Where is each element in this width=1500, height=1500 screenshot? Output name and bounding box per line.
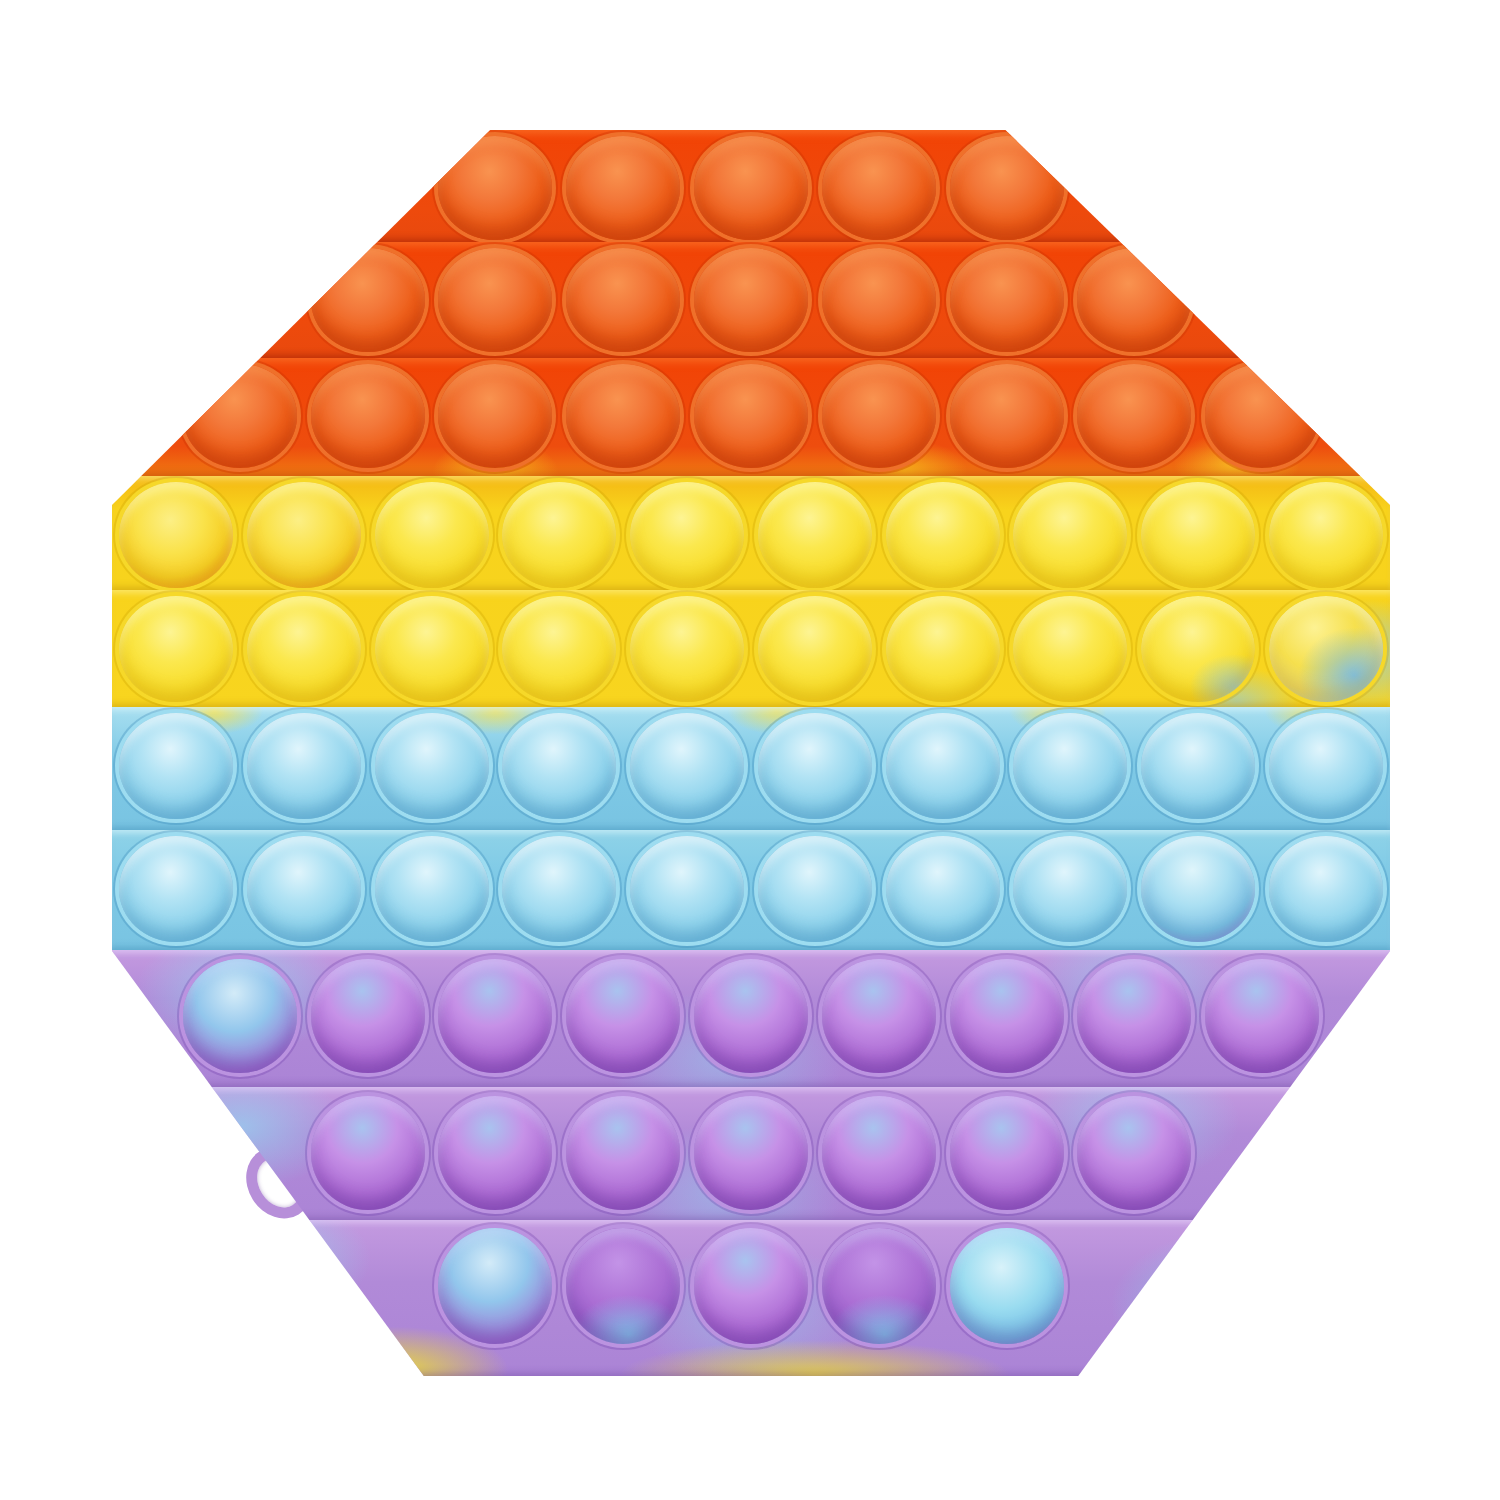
bubble-row-5 — [112, 590, 1390, 707]
bubble-r9-c5[interactable] — [822, 1096, 936, 1210]
bubble-r4-c9[interactable] — [1141, 482, 1255, 588]
bubble-cell — [1134, 707, 1262, 819]
bubble-cell — [240, 590, 368, 702]
bubble-cell — [559, 130, 687, 240]
bubble-r3-c8[interactable] — [1077, 364, 1191, 468]
bubble-cell — [943, 130, 1071, 240]
bubble-r3-c6[interactable] — [822, 364, 936, 468]
bubble-cell — [1070, 950, 1198, 1073]
bubble-cell — [751, 590, 879, 702]
bubble-r2-c4[interactable] — [694, 248, 808, 352]
bubble-cell — [1198, 358, 1326, 468]
bubble-r9-c6[interactable] — [950, 1096, 1064, 1210]
bubble-row-10 — [112, 1220, 1390, 1376]
bubble-r8-c1[interactable] — [183, 959, 297, 1073]
bubble-cell — [687, 130, 815, 240]
bubble-cell — [432, 242, 560, 352]
bubble-r5-c8[interactable] — [1013, 596, 1127, 702]
bubble-row-6 — [112, 707, 1390, 830]
bubble-cell — [879, 707, 1007, 819]
bubble-cell — [1007, 830, 1135, 942]
bubble-r6-c4[interactable] — [502, 713, 616, 819]
bubble-cell — [623, 476, 751, 588]
bubble-cell — [1262, 707, 1390, 819]
bubble-cell — [1007, 476, 1135, 588]
bubble-cell — [432, 1220, 560, 1344]
bubble-r8-c2[interactable] — [311, 959, 425, 1073]
bubble-r2-c2[interactable] — [438, 248, 552, 352]
bubble-cell — [112, 707, 240, 819]
bubble-r8-c4[interactable] — [566, 959, 680, 1073]
bubble-cell — [1198, 950, 1326, 1073]
toy-board — [112, 130, 1390, 1376]
bubble-cell — [751, 830, 879, 942]
bubble-cell — [1134, 830, 1262, 942]
bubble-r1-c1[interactable] — [438, 136, 552, 240]
bubble-r4-c5[interactable] — [630, 482, 744, 588]
bubble-r7-c8[interactable] — [1013, 836, 1127, 942]
bubble-r6-c5[interactable] — [630, 713, 744, 819]
bubble-cell — [879, 830, 1007, 942]
bubble-r4-c6[interactable] — [758, 482, 872, 588]
bubble-r9-c1[interactable] — [311, 1096, 425, 1210]
bubble-cell — [304, 358, 432, 468]
bubble-cell — [112, 830, 240, 942]
bubble-r5-c10[interactable] — [1269, 596, 1383, 702]
bubble-cell — [1262, 830, 1390, 942]
bubble-cell — [432, 950, 560, 1073]
bubble-cell — [687, 1220, 815, 1344]
bubble-r6-c3[interactable] — [375, 713, 489, 819]
bubble-cell — [112, 476, 240, 588]
bubble-cell — [559, 1087, 687, 1210]
bubble-cell — [1007, 707, 1135, 819]
bubble-cell — [432, 130, 560, 240]
bubble-cell — [559, 950, 687, 1073]
bubble-r9-c2[interactable] — [438, 1096, 552, 1210]
bubble-cell — [687, 242, 815, 352]
bubble-r8-c6[interactable] — [822, 959, 936, 1073]
bubble-r3-c4[interactable] — [566, 364, 680, 468]
bubble-r5-c6[interactable] — [758, 596, 872, 702]
bubble-r10-c1[interactable] — [438, 1228, 552, 1344]
bubble-cell — [368, 707, 496, 819]
bubble-cell — [815, 358, 943, 468]
bubble-cell — [815, 1087, 943, 1210]
bubble-r2-c7[interactable] — [1077, 248, 1191, 352]
bubble-cell — [623, 707, 751, 819]
bubble-cell — [815, 130, 943, 240]
bubble-cell — [112, 590, 240, 702]
bubble-cell — [943, 1087, 1071, 1210]
bubble-r5-c9[interactable] — [1141, 596, 1255, 702]
bubble-row-1 — [112, 130, 1390, 242]
bubble-cell — [304, 1087, 432, 1210]
bubble-cell — [559, 1220, 687, 1344]
bubble-row-4 — [112, 476, 1390, 590]
bubble-r3-c9[interactable] — [1205, 364, 1319, 468]
bubble-r4-c3[interactable] — [375, 482, 489, 588]
bubble-r8-c9[interactable] — [1205, 959, 1319, 1073]
bubble-r8-c7[interactable] — [950, 959, 1064, 1073]
bubble-r1-c4[interactable] — [822, 136, 936, 240]
bubble-r10-c2[interactable] — [566, 1228, 680, 1344]
bubble-r4-c1[interactable] — [119, 482, 233, 588]
bubble-cell — [495, 590, 623, 702]
bubble-cell — [1134, 476, 1262, 588]
bubble-r1-c2[interactable] — [566, 136, 680, 240]
bubble-cell — [368, 590, 496, 702]
bubble-r5-c1[interactable] — [119, 596, 233, 702]
bubble-cell — [751, 476, 879, 588]
bubble-r5-c4[interactable] — [502, 596, 616, 702]
bubble-cell — [879, 476, 1007, 588]
bubble-cell — [623, 590, 751, 702]
bubble-r4-c10[interactable] — [1269, 482, 1383, 588]
bubble-r4-c7[interactable] — [886, 482, 1000, 588]
bubble-cell — [1134, 590, 1262, 702]
bubble-r1-c5[interactable] — [950, 136, 1064, 240]
bubble-r7-c4[interactable] — [502, 836, 616, 942]
bubble-cell — [432, 1087, 560, 1210]
bubble-r6-c1[interactable] — [119, 713, 233, 819]
bubble-cell — [1070, 1087, 1198, 1210]
bubble-r6-c6[interactable] — [758, 713, 872, 819]
bubble-r2-c3[interactable] — [566, 248, 680, 352]
bubble-row-7 — [112, 830, 1390, 950]
bubble-cell — [1262, 476, 1390, 588]
bubble-cell — [432, 358, 560, 468]
bubble-r3-c5[interactable] — [694, 364, 808, 468]
bubble-cell — [240, 830, 368, 942]
bubble-r4-c8[interactable] — [1013, 482, 1127, 588]
bubble-r2-c6[interactable] — [950, 248, 1064, 352]
bubble-r1-c3[interactable] — [694, 136, 808, 240]
bubble-cell — [495, 476, 623, 588]
bubble-row-9 — [112, 1087, 1390, 1220]
bubble-r9-c7[interactable] — [1077, 1096, 1191, 1210]
bubble-r8-c8[interactable] — [1077, 959, 1191, 1073]
bubble-cell — [240, 707, 368, 819]
bubble-cell — [1262, 590, 1390, 702]
bubble-cell — [368, 830, 496, 942]
bubble-cell — [815, 950, 943, 1073]
bubble-cell — [304, 950, 432, 1073]
bubble-cell — [687, 1087, 815, 1210]
bubble-r8-c3[interactable] — [438, 959, 552, 1073]
bubble-cell — [304, 242, 432, 352]
bubble-cell — [815, 1220, 943, 1344]
bubble-row-2 — [112, 242, 1390, 358]
bubble-cell — [176, 358, 304, 468]
bubble-cell — [559, 358, 687, 468]
bubble-cell — [879, 590, 1007, 702]
bubble-row-8 — [112, 950, 1390, 1087]
bubble-r4-c2[interactable] — [247, 482, 361, 588]
bubble-r10-c5[interactable] — [950, 1228, 1064, 1344]
bubble-r7-c1[interactable] — [119, 836, 233, 942]
bubble-cell — [1070, 358, 1198, 468]
bubble-r10-c4[interactable] — [822, 1228, 936, 1344]
bubble-cell — [240, 476, 368, 588]
bubble-r3-c3[interactable] — [438, 364, 552, 468]
bubble-r6-c10[interactable] — [1269, 713, 1383, 819]
bubble-r6-c7[interactable] — [886, 713, 1000, 819]
bubble-cell — [943, 358, 1071, 468]
bubble-cell — [495, 830, 623, 942]
bubble-cell — [687, 950, 815, 1073]
bubble-cell — [495, 707, 623, 819]
bubble-r7-c10[interactable] — [1269, 836, 1383, 942]
bubble-r5-c3[interactable] — [375, 596, 489, 702]
bubble-r2-c1[interactable] — [311, 248, 425, 352]
bubble-cell — [1070, 242, 1198, 352]
bubble-r7-c2[interactable] — [247, 836, 361, 942]
bubble-r9-c4[interactable] — [694, 1096, 808, 1210]
bubble-r6-c2[interactable] — [247, 713, 361, 819]
bubble-r9-c3[interactable] — [566, 1096, 680, 1210]
bubble-r7-c6[interactable] — [758, 836, 872, 942]
bubble-cell — [368, 476, 496, 588]
bubble-r6-c9[interactable] — [1141, 713, 1255, 819]
bubble-r7-c5[interactable] — [630, 836, 744, 942]
bubble-cell — [1007, 590, 1135, 702]
bubble-cell — [943, 950, 1071, 1073]
bubble-cell — [559, 242, 687, 352]
bubble-r4-c4[interactable] — [502, 482, 616, 588]
bubble-cell — [943, 242, 1071, 352]
bubble-r7-c3[interactable] — [375, 836, 489, 942]
bubble-r3-c2[interactable] — [311, 364, 425, 468]
bubble-r5-c5[interactable] — [630, 596, 744, 702]
bubble-r5-c2[interactable] — [247, 596, 361, 702]
bubble-row-3 — [112, 358, 1390, 476]
bubble-cell — [687, 358, 815, 468]
photo-canvas — [0, 0, 1500, 1500]
bubble-r5-c7[interactable] — [886, 596, 1000, 702]
bubble-r10-c3[interactable] — [694, 1228, 808, 1344]
bubble-r7-c9[interactable] — [1141, 836, 1255, 942]
bubble-r6-c8[interactable] — [1013, 713, 1127, 819]
bubble-cell — [751, 707, 879, 819]
bubble-cell — [815, 242, 943, 352]
bubble-r2-c5[interactable] — [822, 248, 936, 352]
bubble-cell — [943, 1220, 1071, 1344]
bubble-cell — [623, 830, 751, 942]
bubble-r3-c1[interactable] — [183, 364, 297, 468]
bubble-r3-c7[interactable] — [950, 364, 1064, 468]
bubble-r7-c7[interactable] — [886, 836, 1000, 942]
bubble-cell — [176, 950, 304, 1073]
bubble-r8-c5[interactable] — [694, 959, 808, 1073]
